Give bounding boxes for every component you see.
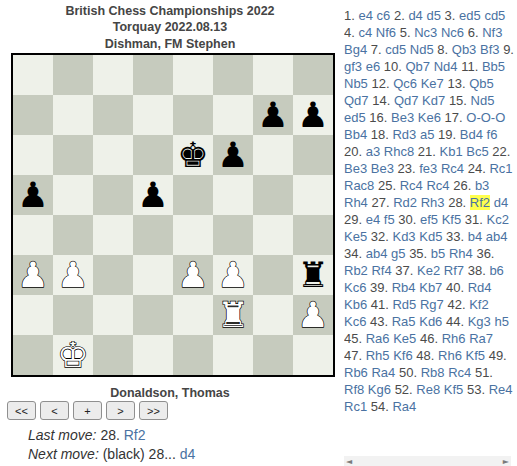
move-number: 50. xyxy=(399,365,417,380)
square-c7 xyxy=(93,95,133,135)
move-link[interactable]: Rb6 xyxy=(344,365,368,380)
square-a4 xyxy=(13,215,53,255)
move-number: 29. xyxy=(344,212,362,227)
move-link[interactable]: e4 xyxy=(366,212,380,227)
move-link[interactable]: Rac8 xyxy=(344,178,374,193)
next-move-line: Next move: (black) 28... d4 xyxy=(28,445,195,464)
move-number: 40. xyxy=(446,280,464,295)
move-link[interactable]: Nf3 xyxy=(482,25,502,40)
square-e5 xyxy=(173,175,213,215)
move-number: 4. xyxy=(344,25,355,40)
move-link[interactable]: c6 xyxy=(377,8,391,23)
square-b5 xyxy=(53,175,93,215)
move-link[interactable]: Rh6 xyxy=(442,331,466,346)
square-b1: ♚ xyxy=(53,335,93,375)
nav-prev-button[interactable]: < xyxy=(40,401,69,420)
next-move-link[interactable]: d4 xyxy=(180,446,196,462)
move-link[interactable]: Ra7 xyxy=(469,331,493,346)
move-link[interactable]: d4 xyxy=(494,195,508,210)
move-link[interactable]: Bd4 xyxy=(460,127,483,142)
nav-last-button[interactable]: >> xyxy=(139,401,168,420)
move-link[interactable]: Qb5 xyxy=(469,76,494,91)
move-link[interactable]: O-O-O xyxy=(466,110,505,125)
move-link[interactable]: e4 xyxy=(358,8,372,23)
square-g2 xyxy=(253,295,293,335)
move-number: 32. xyxy=(371,229,389,244)
move-number: 25. xyxy=(378,178,396,193)
square-f4 xyxy=(213,215,253,255)
piece-white-pawn: ♟ xyxy=(177,255,208,295)
move-link[interactable]: Nf6 xyxy=(376,25,396,40)
move-link[interactable]: Nd5 xyxy=(410,42,434,57)
square-f8 xyxy=(213,55,253,95)
move-link[interactable]: ef5 xyxy=(420,212,438,227)
square-a1 xyxy=(13,335,53,375)
move-link[interactable]: Kd3 xyxy=(392,229,415,244)
move-link[interactable]: Rb8 xyxy=(421,365,445,380)
move-link[interactable]: b5 xyxy=(431,246,445,261)
square-c8 xyxy=(93,55,133,95)
black-player-name: Dishman, FM Stephen xyxy=(0,36,340,52)
square-e8 xyxy=(173,55,213,95)
move-link[interactable]: Be3 xyxy=(371,161,394,176)
square-h7: ♟ xyxy=(293,95,333,135)
square-d5: ♟ xyxy=(133,175,173,215)
move-number: 1. xyxy=(344,8,355,23)
move-link[interactable]: Ke6 xyxy=(418,110,441,125)
move-link[interactable]: Nc6 xyxy=(441,25,464,40)
square-d2 xyxy=(133,295,173,335)
move-number: 38. xyxy=(468,263,486,278)
last-move-number: 28. xyxy=(100,427,119,443)
move-number: 31. xyxy=(465,212,483,227)
move-link[interactable]: gf3 xyxy=(344,59,362,74)
move-link[interactable]: Kf5 xyxy=(466,348,486,363)
piece-white-pawn: ♟ xyxy=(217,255,248,295)
move-number: 30. xyxy=(398,212,416,227)
move-link[interactable]: fe3 xyxy=(419,161,437,176)
move-link[interactable]: Rd4 xyxy=(468,280,492,295)
move-link[interactable]: Rhc8 xyxy=(384,144,414,159)
piece-black-pawn: ♟ xyxy=(17,175,48,215)
piece-black-pawn: ♟ xyxy=(257,95,288,135)
square-d7 xyxy=(133,95,173,135)
square-g3 xyxy=(253,255,293,295)
move-link[interactable]: Rc4 xyxy=(400,178,423,193)
square-f2: ♜ xyxy=(213,295,253,335)
move-link[interactable]: Kd5 xyxy=(419,229,442,244)
square-b4 xyxy=(53,215,93,255)
move-link[interactable]: Ra4 xyxy=(392,399,416,414)
move-link[interactable]: Bc5 xyxy=(466,144,488,159)
move-link[interactable]: Qd7 xyxy=(394,93,419,108)
square-e3: ♟ xyxy=(173,255,213,295)
square-d3 xyxy=(133,255,173,295)
square-c4 xyxy=(93,215,133,255)
move-link[interactable]: h5 xyxy=(494,314,508,329)
square-h6 xyxy=(293,135,333,175)
move-link[interactable]: Rf8 xyxy=(344,382,364,397)
move-link[interactable]: Rb4 xyxy=(392,280,416,295)
move-link[interactable]: Be3 xyxy=(344,161,367,176)
next-move-prefix: (black) 28... xyxy=(103,446,176,462)
piece-white-pawn: ♟ xyxy=(17,255,48,295)
square-f6: ♟ xyxy=(213,135,253,175)
nav-first-button[interactable]: << xyxy=(7,401,36,420)
move-link[interactable]: cd5 xyxy=(484,8,505,23)
move-link[interactable]: cd5 xyxy=(385,42,406,57)
move-number: 43. xyxy=(370,314,388,329)
move-number: 45. xyxy=(344,331,362,346)
square-b2 xyxy=(53,295,93,335)
move-link[interactable]: ed5 xyxy=(344,110,366,125)
move-link[interactable]: Rg7 xyxy=(420,297,444,312)
move-number: 6. xyxy=(468,25,479,40)
move-number: 52. xyxy=(395,382,413,397)
move-link[interactable]: ab4 xyxy=(486,229,508,244)
move-list-scrollbar[interactable]: ◄ ► xyxy=(344,456,511,466)
move-link[interactable]: Nd4 xyxy=(434,59,458,74)
square-d1 xyxy=(133,335,173,375)
square-f7 xyxy=(213,95,253,135)
event-title: British Chess Championships 2022 xyxy=(0,3,340,19)
move-number: 44. xyxy=(446,314,464,329)
nav-controls: << < + > >> xyxy=(7,401,168,420)
move-link[interactable]: Bf3 xyxy=(480,42,500,57)
move-number: 24. xyxy=(468,161,486,176)
move-link[interactable]: Ra4 xyxy=(371,365,395,380)
move-link[interactable]: Kd6 xyxy=(419,314,442,329)
square-g8 xyxy=(253,55,293,95)
move-link[interactable]: Kf2 xyxy=(469,297,489,312)
square-f1 xyxy=(213,335,253,375)
move-number: 35. xyxy=(409,246,427,261)
square-c1 xyxy=(93,335,133,375)
move-number: 11. xyxy=(461,59,478,74)
next-move-label: Next move: xyxy=(28,446,99,462)
move-number: 16. xyxy=(369,110,387,125)
move-number: 54. xyxy=(371,399,389,414)
move-link[interactable]: Rh3 xyxy=(421,195,445,210)
square-c3 xyxy=(93,255,133,295)
move-link[interactable]: Rc4 xyxy=(448,365,471,380)
nav-next-button[interactable]: > xyxy=(106,401,135,420)
move-number: 18. xyxy=(371,127,389,142)
square-e1 xyxy=(173,335,213,375)
move-number: 3. xyxy=(445,8,456,23)
square-f3: ♟ xyxy=(213,255,253,295)
piece-white-pawn: ♟ xyxy=(297,295,328,335)
move-link[interactable]: Kf5 xyxy=(442,212,462,227)
move-link[interactable]: Rh4 xyxy=(344,195,368,210)
move-link[interactable]: Be3 xyxy=(391,110,414,125)
move-number: 17. xyxy=(445,110,463,125)
move-link[interactable]: c4 xyxy=(358,25,372,40)
piece-black-pawn: ♟ xyxy=(297,95,328,135)
move-link[interactable]: e6 xyxy=(366,59,380,74)
piece-white-pawn: ♟ xyxy=(57,255,88,295)
move-link[interactable]: ab4 xyxy=(366,246,388,261)
move-link[interactable]: Re8 xyxy=(416,382,440,397)
square-c5 xyxy=(93,175,133,215)
move-link[interactable]: Rh5 xyxy=(366,348,390,363)
square-b6 xyxy=(53,135,93,175)
move-number: 15. xyxy=(449,93,467,108)
move-link[interactable]: Kc2 xyxy=(487,212,509,227)
move-link[interactable]: Kd7 xyxy=(422,93,445,108)
move-number: 13. xyxy=(447,76,465,91)
move-link[interactable]: f6 xyxy=(487,127,498,142)
move-number: 42. xyxy=(447,297,465,312)
move-link[interactable]: Ke5 xyxy=(344,229,367,244)
move-number: 21. xyxy=(418,144,436,159)
move-link[interactable]: Bb4 xyxy=(344,127,367,142)
piece-black-pawn: ♟ xyxy=(137,175,168,215)
square-a2 xyxy=(13,295,53,335)
piece-black-pawn: ♟ xyxy=(217,135,248,175)
move-number: 51. xyxy=(475,365,493,380)
move-link[interactable]: b6 xyxy=(489,263,503,278)
square-e7 xyxy=(173,95,213,135)
move-link[interactable]: Bg4 xyxy=(344,42,367,57)
move-link[interactable]: Rf7 xyxy=(444,263,464,278)
chess-game-viewer: British Chess Championships 2022 Torquay… xyxy=(0,0,517,466)
move-link[interactable]: a3 xyxy=(366,144,380,159)
move-link[interactable]: ed5 xyxy=(459,8,481,23)
square-e6: ♚ xyxy=(173,135,213,175)
square-h1 xyxy=(293,335,333,375)
move-link[interactable]: Rc1 xyxy=(489,161,512,176)
move-link[interactable]: Kf5 xyxy=(444,382,464,397)
move-link[interactable]: Kb1 xyxy=(439,144,462,159)
move-link[interactable]: Kg3 xyxy=(468,314,491,329)
move-link[interactable]: Nd5 xyxy=(471,93,495,108)
move-link[interactable]: Rh4 xyxy=(449,246,473,261)
move-link[interactable]: Qd7 xyxy=(344,93,369,108)
move-number: 12. xyxy=(371,76,389,91)
move-link[interactable]: Rh6 xyxy=(438,348,462,363)
piece-white-king: ♚ xyxy=(57,335,88,375)
square-g7: ♟ xyxy=(253,95,293,135)
move-link[interactable]: Kb7 xyxy=(419,280,442,295)
move-status: Last move: 28. Rf2 Next move: (black) 28… xyxy=(28,426,195,464)
move-number: 33. xyxy=(446,229,464,244)
square-c6 xyxy=(93,135,133,175)
square-h3: ♜ xyxy=(293,255,333,295)
square-h8 xyxy=(293,55,333,95)
move-link[interactable]: d4 xyxy=(408,8,422,23)
move-link[interactable]: Ke5 xyxy=(393,331,416,346)
move-link[interactable]: Nb5 xyxy=(344,76,368,91)
move-number: 53. xyxy=(467,382,485,397)
move-link[interactable]: Kg6 xyxy=(368,382,391,397)
move-number: 7. xyxy=(371,42,382,57)
move-number: 26. xyxy=(453,178,471,193)
move-number: 10. xyxy=(384,59,402,74)
white-player-name: Donaldson, Thomas xyxy=(0,386,340,400)
square-h5 xyxy=(293,175,333,215)
game-header: British Chess Championships 2022 Torquay… xyxy=(0,3,340,52)
square-a6 xyxy=(13,135,53,175)
piece-black-king: ♚ xyxy=(177,135,208,175)
square-e2 xyxy=(173,295,213,335)
move-number: 37. xyxy=(395,263,413,278)
move-link[interactable]: Rd2 xyxy=(393,195,417,210)
move-link[interactable]: Re4 xyxy=(489,382,513,397)
move-number: 46. xyxy=(420,331,438,346)
move-number: 27. xyxy=(371,195,389,210)
move-number: 23. xyxy=(398,161,416,176)
last-move-line: Last move: 28. Rf2 xyxy=(28,426,195,445)
move-link[interactable]: Rb2 xyxy=(344,263,368,278)
piece-white-rook: ♜ xyxy=(217,295,248,335)
move-link[interactable]: Nc3 xyxy=(414,25,437,40)
move-link[interactable]: Rc1 xyxy=(344,399,367,414)
square-b8 xyxy=(53,55,93,95)
move-link[interactable]: Rd3 xyxy=(392,127,416,142)
square-a5: ♟ xyxy=(13,175,53,215)
square-e4 xyxy=(173,215,213,255)
move-link[interactable]: Qb3 xyxy=(452,42,477,57)
move-number: 39. xyxy=(370,280,388,295)
move-link[interactable]: Rf2 xyxy=(470,195,490,210)
move-link[interactable]: Kf6 xyxy=(393,348,413,363)
piece-black-rook: ♜ xyxy=(297,255,328,295)
move-number: 8. xyxy=(437,42,448,57)
move-number: 5. xyxy=(400,25,411,40)
square-b7 xyxy=(53,95,93,135)
move-link[interactable]: g5 xyxy=(391,246,405,261)
move-number: 14. xyxy=(372,93,390,108)
move-link[interactable]: Kc6 xyxy=(344,314,366,329)
square-h2: ♟ xyxy=(293,295,333,335)
move-link[interactable]: b4 xyxy=(468,229,482,244)
scroll-right-icon[interactable]: ► xyxy=(503,457,509,466)
nav-play-button[interactable]: + xyxy=(73,401,102,420)
move-number: 28. xyxy=(448,195,466,210)
move-number: 36. xyxy=(476,246,494,261)
square-h4 xyxy=(293,215,333,255)
move-link[interactable]: Bb5 xyxy=(482,59,505,74)
square-g1 xyxy=(253,335,293,375)
move-number: 41. xyxy=(371,297,389,312)
square-a3: ♟ xyxy=(13,255,53,295)
square-a7 xyxy=(13,95,53,135)
move-link[interactable]: a5 xyxy=(420,127,434,142)
move-link[interactable]: b3 xyxy=(475,178,489,193)
move-link[interactable]: Rc4 xyxy=(441,161,464,176)
square-f5 xyxy=(213,175,253,215)
move-link[interactable]: Ra5 xyxy=(392,314,416,329)
move-link[interactable]: Kc6 xyxy=(344,280,366,295)
square-d8 xyxy=(133,55,173,95)
move-link[interactable]: d5 xyxy=(426,8,440,23)
move-link[interactable]: Rf4 xyxy=(371,263,391,278)
square-g5 xyxy=(253,175,293,215)
move-link[interactable]: Rc4 xyxy=(426,178,449,193)
square-a8 xyxy=(13,55,53,95)
site-date: Torquay 2022.08.13 xyxy=(0,19,340,35)
move-number: 47. xyxy=(344,348,362,363)
move-link[interactable]: f5 xyxy=(384,212,395,227)
square-b3: ♟ xyxy=(53,255,93,295)
square-c2 xyxy=(93,295,133,335)
move-number: 9. xyxy=(503,42,514,57)
chess-board: ♟♟♚♟♟♟♟♟♟♟♜♜♟♚ xyxy=(13,55,333,375)
move-list: 1. e4 c6 2. d4 d5 3. ed5 cd5 4. c4 Nf6 5… xyxy=(344,7,514,455)
move-number: 22. xyxy=(492,144,510,159)
move-link[interactable]: Kb6 xyxy=(344,297,367,312)
last-move-label: Last move: xyxy=(28,427,96,443)
last-move-link[interactable]: Rf2 xyxy=(124,427,146,443)
move-number: 49. xyxy=(489,348,507,363)
square-d6 xyxy=(133,135,173,175)
move-number: 19. xyxy=(438,127,456,142)
move-number: 2. xyxy=(394,8,405,23)
square-g6 xyxy=(253,135,293,175)
move-link[interactable]: Ra6 xyxy=(366,331,390,346)
square-g4 xyxy=(253,215,293,255)
move-link[interactable]: Qc6 xyxy=(393,76,417,91)
move-link[interactable]: Qb7 xyxy=(406,59,431,74)
move-number: 34. xyxy=(344,246,362,261)
move-link[interactable]: Ke2 xyxy=(417,263,440,278)
move-number: 20. xyxy=(344,144,362,159)
move-link[interactable]: Ke7 xyxy=(421,76,444,91)
move-link[interactable]: Rd5 xyxy=(392,297,416,312)
square-d4 xyxy=(133,215,173,255)
chess-board-frame: ♟♟♚♟♟♟♟♟♟♟♜♜♟♚ xyxy=(11,53,335,377)
scroll-left-icon[interactable]: ◄ xyxy=(346,457,352,466)
move-number: 48. xyxy=(416,348,434,363)
